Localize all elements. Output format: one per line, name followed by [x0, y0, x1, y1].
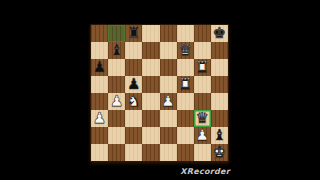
square-a4[interactable] — [91, 93, 108, 110]
square-e5[interactable] — [160, 76, 177, 93]
square-b5[interactable] — [108, 76, 125, 93]
piece-white-rook: ♜ — [178, 77, 191, 92]
square-a8[interactable] — [91, 25, 108, 42]
square-g2[interactable]: ♟ — [194, 127, 211, 144]
square-g6[interactable]: ♜ — [194, 59, 211, 76]
square-h8[interactable]: ♚ — [211, 25, 228, 42]
square-c4[interactable]: ♞ — [125, 93, 142, 110]
piece-black-bishop: ♝ — [110, 43, 123, 58]
square-b6[interactable] — [108, 59, 125, 76]
square-a6[interactable]: ♟ — [91, 59, 108, 76]
square-d3[interactable] — [142, 110, 159, 127]
piece-black-pawn: ♟ — [93, 60, 106, 75]
square-h3[interactable] — [211, 110, 228, 127]
square-h1[interactable]: ♚ — [211, 144, 228, 161]
square-f6[interactable] — [177, 59, 194, 76]
square-e3[interactable] — [160, 110, 177, 127]
piece-white-pawn: ♟ — [196, 128, 209, 143]
piece-white-knight: ♞ — [127, 94, 140, 109]
square-b7[interactable]: ♝ — [108, 42, 125, 59]
chess-board: ♜♚♝♛♟♜♟♜♟♞♟♟♛♟♝♚ — [90, 24, 229, 162]
square-c6[interactable] — [125, 59, 142, 76]
square-e6[interactable] — [160, 59, 177, 76]
piece-white-pawn: ♟ — [161, 94, 174, 109]
square-e1[interactable] — [160, 144, 177, 161]
square-f7[interactable]: ♛ — [177, 42, 194, 59]
piece-white-pawn: ♟ — [93, 111, 106, 126]
square-e2[interactable] — [160, 127, 177, 144]
square-b8[interactable] — [108, 25, 125, 42]
square-g5[interactable] — [194, 76, 211, 93]
piece-black-king: ♚ — [213, 26, 226, 41]
square-h6[interactable] — [211, 59, 228, 76]
square-f8[interactable] — [177, 25, 194, 42]
piece-black-rook: ♜ — [127, 26, 140, 41]
square-h7[interactable] — [211, 42, 228, 59]
square-b2[interactable] — [108, 127, 125, 144]
square-b4[interactable]: ♟ — [108, 93, 125, 110]
square-f2[interactable] — [177, 127, 194, 144]
square-f3[interactable] — [177, 110, 194, 127]
square-f4[interactable] — [177, 93, 194, 110]
square-d1[interactable] — [142, 144, 159, 161]
square-d5[interactable] — [142, 76, 159, 93]
square-c5[interactable]: ♟ — [125, 76, 142, 93]
square-d8[interactable] — [142, 25, 159, 42]
square-c8[interactable]: ♜ — [125, 25, 142, 42]
piece-white-pawn: ♟ — [110, 94, 123, 109]
square-d2[interactable] — [142, 127, 159, 144]
square-h4[interactable] — [211, 93, 228, 110]
square-f5[interactable]: ♜ — [177, 76, 194, 93]
square-g3[interactable]: ♛ — [194, 110, 211, 127]
square-a7[interactable] — [91, 42, 108, 59]
square-d7[interactable] — [142, 42, 159, 59]
square-c7[interactable] — [125, 42, 142, 59]
piece-white-rook: ♜ — [196, 60, 209, 75]
square-c3[interactable] — [125, 110, 142, 127]
piece-black-bishop: ♝ — [213, 128, 226, 143]
square-g1[interactable] — [194, 144, 211, 161]
square-a1[interactable] — [91, 144, 108, 161]
square-h2[interactable]: ♝ — [211, 127, 228, 144]
square-e4[interactable]: ♟ — [160, 93, 177, 110]
square-e8[interactable] — [160, 25, 177, 42]
square-f1[interactable] — [177, 144, 194, 161]
square-c2[interactable] — [125, 127, 142, 144]
square-b1[interactable] — [108, 144, 125, 161]
piece-white-king: ♚ — [213, 145, 226, 160]
square-a5[interactable] — [91, 76, 108, 93]
square-a3[interactable]: ♟ — [91, 110, 108, 127]
piece-white-queen: ♛ — [178, 43, 191, 58]
square-b3[interactable] — [108, 110, 125, 127]
square-g7[interactable] — [194, 42, 211, 59]
square-e7[interactable] — [160, 42, 177, 59]
screen-frame: ♜♚♝♛♟♜♟♜♟♞♟♟♛♟♝♚ XRecorder — [0, 0, 320, 180]
xrecorder-watermark: XRecorder — [0, 167, 230, 176]
square-a2[interactable] — [91, 127, 108, 144]
piece-black-queen: ♛ — [196, 111, 209, 126]
square-c1[interactable] — [125, 144, 142, 161]
square-g8[interactable] — [194, 25, 211, 42]
piece-black-pawn: ♟ — [127, 77, 140, 92]
square-d6[interactable] — [142, 59, 159, 76]
square-g4[interactable] — [194, 93, 211, 110]
square-d4[interactable] — [142, 93, 159, 110]
square-h5[interactable] — [211, 76, 228, 93]
